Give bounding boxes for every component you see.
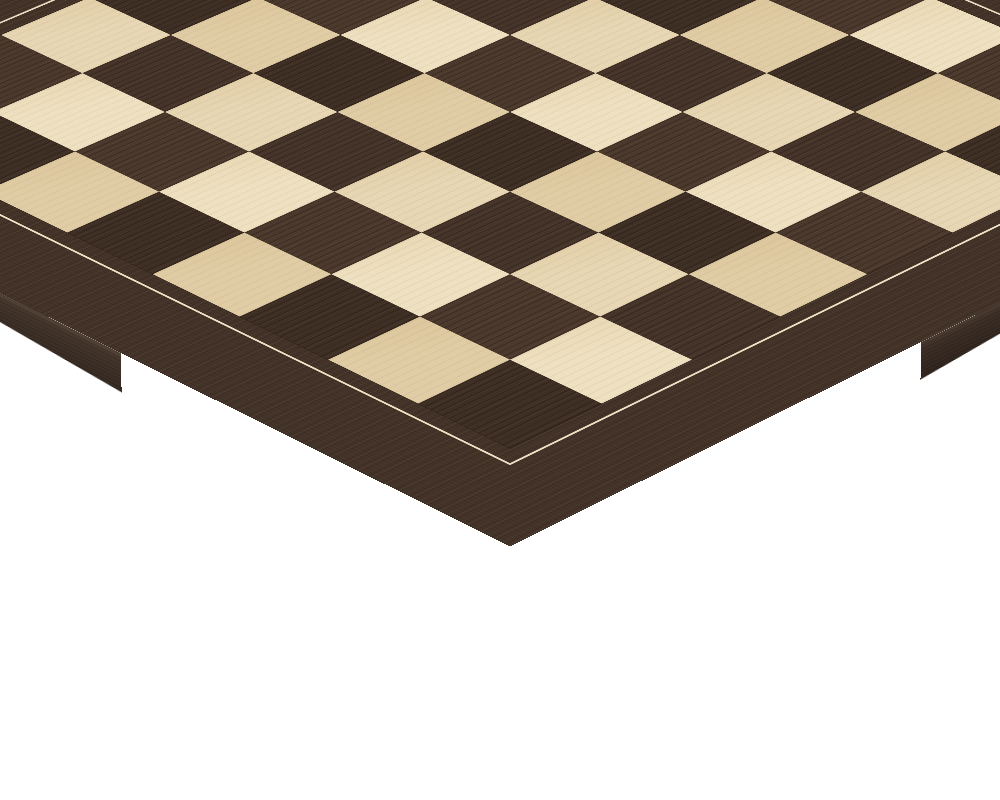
board-square xyxy=(418,360,602,449)
board-square xyxy=(331,233,510,317)
board-square xyxy=(599,192,776,275)
board-square xyxy=(510,233,689,317)
chess-board xyxy=(0,0,1000,546)
board-square xyxy=(75,112,249,192)
board-square xyxy=(597,112,771,192)
board-square xyxy=(420,274,600,359)
board-square xyxy=(423,112,597,192)
product-photo-canvas xyxy=(0,0,1000,800)
board-square xyxy=(771,112,945,192)
board-square xyxy=(328,317,510,404)
board-square xyxy=(689,233,868,317)
board-square xyxy=(600,274,780,359)
board-square xyxy=(244,192,421,275)
board-square xyxy=(249,112,423,192)
board-square xyxy=(159,152,335,233)
board-square xyxy=(686,152,862,233)
board-square xyxy=(153,233,332,317)
board-square xyxy=(945,112,1000,192)
board-square xyxy=(510,317,692,404)
board-square xyxy=(421,192,598,275)
